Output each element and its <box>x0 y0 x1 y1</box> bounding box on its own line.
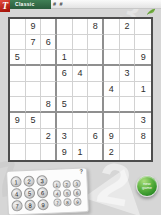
cell-r7c7[interactable] <box>104 113 120 129</box>
app-logo: T <box>0 0 10 12</box>
mode-tab-classic[interactable]: Classic <box>10 0 51 9</box>
cell-r8c2[interactable] <box>26 129 42 145</box>
cell-r8c1[interactable] <box>10 129 26 145</box>
cell-r7c3[interactable] <box>41 113 57 129</box>
cell-r8c8[interactable] <box>120 129 136 145</box>
cell-r9c6[interactable] <box>88 144 104 160</box>
help-icon[interactable]: ? <box>79 168 83 174</box>
cell-r4c7[interactable] <box>104 66 120 82</box>
cell-r2c5[interactable] <box>73 35 89 51</box>
cell-r3c7[interactable] <box>104 50 120 66</box>
key-small-3[interactable]: 3 <box>73 180 81 188</box>
cell-r6c9[interactable] <box>135 97 151 113</box>
key-large-3[interactable]: 3 <box>36 175 47 186</box>
key-large-9[interactable]: 9 <box>37 199 48 210</box>
cell-r1c3[interactable] <box>41 19 57 35</box>
cell-r3c9[interactable]: 9 <box>135 50 151 66</box>
cell-r5c4[interactable] <box>57 82 73 98</box>
cell-r4c2[interactable] <box>26 66 42 82</box>
key-large-8[interactable]: 8 <box>24 200 35 211</box>
cell-r5c6[interactable] <box>88 82 104 98</box>
new-game-button[interactable]: new game <box>136 175 158 197</box>
cell-r3c4[interactable]: 1 <box>57 50 73 66</box>
cell-r6c6[interactable] <box>88 97 104 113</box>
new-game-label-line2: game <box>142 186 152 191</box>
cell-r9c3[interactable] <box>41 144 57 160</box>
cell-r7c2[interactable]: 5 <box>26 113 42 129</box>
key-large-2[interactable]: 2 <box>23 176 34 187</box>
cell-r7c9[interactable]: 3 <box>135 113 151 129</box>
key-large-1[interactable]: 1 <box>10 176 21 187</box>
cell-r4c3[interactable] <box>41 66 57 82</box>
cell-r1c8[interactable]: 2 <box>120 19 136 35</box>
sudoku-app: 2 7 3 T Classic # # 98276519643418595323… <box>0 0 161 215</box>
cell-r3c5[interactable] <box>73 50 89 66</box>
cell-r4c5[interactable]: 4 <box>73 66 89 82</box>
cell-r8c9[interactable]: 8 <box>135 129 151 145</box>
cell-r3c8[interactable] <box>120 50 136 66</box>
cell-r8c4[interactable]: 3 <box>57 129 73 145</box>
cell-r2c2[interactable]: 7 <box>26 35 42 51</box>
sudoku-board: 98276519643418595323698912 <box>8 17 153 162</box>
cell-r3c6[interactable] <box>88 50 104 66</box>
cell-r9c8[interactable] <box>120 144 136 160</box>
key-small-2[interactable]: 2 <box>63 180 71 188</box>
cell-r4c4[interactable]: 6 <box>57 66 73 82</box>
key-small-7[interactable]: 7 <box>53 198 61 206</box>
cell-r2c4[interactable] <box>57 35 73 51</box>
cell-r8c7[interactable]: 9 <box>104 129 120 145</box>
cell-r5c9[interactable]: 1 <box>135 82 151 98</box>
key-small-9[interactable]: 9 <box>73 198 81 206</box>
cell-r1c5[interactable] <box>73 19 89 35</box>
cell-r3c1[interactable]: 5 <box>10 50 26 66</box>
cell-r6c1[interactable] <box>10 97 26 113</box>
cell-r3c3[interactable] <box>41 50 57 66</box>
cell-r6c7[interactable] <box>104 97 120 113</box>
cell-r1c7[interactable] <box>104 19 120 35</box>
keypad-small: 123456789 <box>53 179 84 207</box>
cell-r6c2[interactable] <box>26 97 42 113</box>
cell-r1c2[interactable]: 9 <box>26 19 42 35</box>
cell-r4c1[interactable] <box>10 66 26 82</box>
cell-r9c5[interactable]: 1 <box>73 144 89 160</box>
cell-r6c8[interactable] <box>120 97 136 113</box>
cell-r7c6[interactable] <box>88 113 104 129</box>
cell-r9c9[interactable] <box>135 144 151 160</box>
cell-r2c7[interactable] <box>104 35 120 51</box>
cell-r9c7[interactable]: 2 <box>104 144 120 160</box>
cell-r5c8[interactable] <box>120 82 136 98</box>
key-small-5[interactable]: 5 <box>63 189 71 197</box>
cell-r4c6[interactable] <box>88 66 104 82</box>
cell-r9c1[interactable] <box>10 144 26 160</box>
toolbar: # # <box>51 0 161 9</box>
key-small-8[interactable]: 8 <box>63 198 71 206</box>
cell-r6c4[interactable]: 5 <box>57 97 73 113</box>
keypad-panel: 123456789 123456789 ? <box>6 167 89 215</box>
cell-r8c5[interactable] <box>73 129 89 145</box>
cell-r3c2[interactable] <box>26 50 42 66</box>
key-small-6[interactable]: 6 <box>73 189 81 197</box>
cell-r2c9[interactable] <box>135 35 151 51</box>
cell-r5c3[interactable] <box>41 82 57 98</box>
cell-r9c4[interactable]: 9 <box>57 144 73 160</box>
cell-r9c2[interactable] <box>26 144 42 160</box>
cell-r7c8[interactable] <box>120 113 136 129</box>
cell-r5c5[interactable] <box>73 82 89 98</box>
key-large-4[interactable]: 4 <box>11 188 22 199</box>
cell-r2c8[interactable] <box>120 35 136 51</box>
key-small-1[interactable]: 1 <box>53 180 61 188</box>
cell-r2c1[interactable] <box>10 35 26 51</box>
key-large-7[interactable]: 7 <box>11 200 22 211</box>
cell-r1c1[interactable] <box>10 19 26 35</box>
cell-r4c8[interactable]: 3 <box>120 66 136 82</box>
cell-r6c5[interactable] <box>73 97 89 113</box>
keypad-large: 123456789 <box>10 175 51 213</box>
cell-r1c4[interactable] <box>57 19 73 35</box>
cell-r7c5[interactable] <box>73 113 89 129</box>
cell-r8c3[interactable]: 2 <box>41 129 57 145</box>
cell-r1c6[interactable]: 8 <box>88 19 104 35</box>
cell-r4c9[interactable] <box>135 66 151 82</box>
key-small-4[interactable]: 4 <box>53 189 61 197</box>
grid-hash-icons[interactable]: # # <box>53 1 64 7</box>
cell-r7c4[interactable] <box>57 113 73 129</box>
cell-r2c6[interactable] <box>88 35 104 51</box>
cell-r1c9[interactable] <box>135 19 151 35</box>
leaf-icon[interactable] <box>146 1 156 8</box>
cell-r2c3[interactable]: 6 <box>41 35 57 51</box>
cell-r5c2[interactable] <box>26 82 42 98</box>
key-large-6[interactable]: 6 <box>37 187 48 198</box>
cell-r7c1[interactable]: 9 <box>10 113 26 129</box>
cell-r8c6[interactable]: 6 <box>88 129 104 145</box>
key-large-5[interactable]: 5 <box>24 188 35 199</box>
cell-r6c3[interactable]: 8 <box>41 97 57 113</box>
cell-r5c7[interactable]: 4 <box>104 82 120 98</box>
cell-r5c1[interactable] <box>10 82 26 98</box>
